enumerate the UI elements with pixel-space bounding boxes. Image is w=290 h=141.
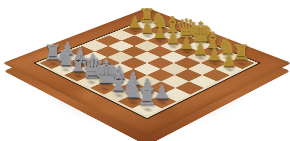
piece-contact-shadow bbox=[191, 43, 209, 50]
square-b5 bbox=[108, 41, 134, 52]
chess-set-product-photo: ♜♞♝♛♚♝♞♜♟♟♟♟♟♟♟♟♟♟♟♟♟♟♟♟♜♞♝♛♚♝♞♜ bbox=[0, 0, 290, 141]
piece-black-pawn: ♟ bbox=[162, 30, 183, 46]
piece-contact-shadow bbox=[204, 48, 222, 56]
piece-white-pawn: ♟ bbox=[57, 40, 79, 57]
square-d7 bbox=[160, 41, 186, 52]
piece-black-rook: ♜ bbox=[137, 6, 157, 25]
square-c8 bbox=[160, 30, 185, 40]
piece-contact-shadow bbox=[177, 38, 195, 45]
square-e7 bbox=[173, 46, 199, 57]
square-b6 bbox=[121, 35, 147, 46]
square-c7 bbox=[147, 35, 173, 46]
piece-black-knight: ♞ bbox=[216, 35, 238, 57]
square-b4 bbox=[95, 46, 121, 57]
square-c6 bbox=[134, 41, 160, 52]
square-a2 bbox=[54, 52, 81, 63]
piece-contact-shadow bbox=[152, 38, 170, 45]
piece-contact-shadow bbox=[139, 32, 156, 39]
square-a4 bbox=[82, 41, 108, 52]
piece-black-pawn: ♟ bbox=[137, 19, 158, 35]
square-a5 bbox=[96, 35, 122, 46]
piece-black-pawn: ♟ bbox=[203, 46, 225, 63]
square-a3 bbox=[68, 46, 94, 57]
chess-board: ♜♞♝♛♚♝♞♜♟♟♟♟♟♟♟♟♟♟♟♟♟♟♟♟♜♞♝♛♚♝♞♜ bbox=[3, 8, 290, 137]
square-a7 bbox=[122, 25, 147, 35]
square-b3 bbox=[81, 52, 108, 63]
square-b8 bbox=[147, 25, 172, 35]
piece-contact-shadow bbox=[59, 54, 77, 62]
piece-black-queen: ♛ bbox=[175, 15, 196, 41]
piece-black-knight: ♞ bbox=[149, 10, 169, 30]
piece-black-pawn: ♟ bbox=[124, 15, 144, 31]
piece-white-rook: ♜ bbox=[42, 42, 64, 63]
piece-contact-shadow bbox=[218, 54, 236, 62]
scene: ♜♞♝♛♚♝♞♜♟♟♟♟♟♟♟♟♟♟♟♟♟♟♟♟♜♞♝♛♚♝♞♜ bbox=[0, 0, 290, 141]
square-e6 bbox=[160, 52, 187, 63]
piece-white-pawn: ♟ bbox=[69, 46, 91, 63]
square-e8 bbox=[186, 41, 212, 52]
square-a6 bbox=[109, 30, 134, 40]
piece-contact-shadow bbox=[178, 48, 196, 56]
piece-black-pawn: ♟ bbox=[189, 40, 211, 57]
square-a8 bbox=[135, 20, 160, 30]
square-f8 bbox=[199, 46, 225, 57]
piece-black-king: ♚ bbox=[188, 18, 209, 46]
piece-contact-shadow bbox=[192, 54, 210, 62]
square-g8 bbox=[213, 52, 240, 63]
piece-contact-shadow bbox=[165, 43, 183, 50]
piece-black-bishop: ♝ bbox=[162, 14, 183, 36]
square-f7 bbox=[187, 52, 214, 63]
square-d8 bbox=[173, 35, 199, 46]
square-d6 bbox=[147, 46, 173, 57]
piece-contact-shadow bbox=[44, 60, 62, 68]
piece-contact-shadow bbox=[164, 32, 181, 39]
square-d5 bbox=[134, 52, 161, 63]
piece-contact-shadow bbox=[152, 27, 169, 34]
piece-black-pawn: ♟ bbox=[176, 35, 197, 52]
square-b7 bbox=[134, 30, 159, 40]
piece-black-bishop: ♝ bbox=[202, 29, 223, 51]
piece-black-pawn: ♟ bbox=[149, 25, 170, 41]
piece-contact-shadow bbox=[139, 22, 156, 29]
piece-black-rook: ♜ bbox=[230, 42, 252, 63]
square-c4 bbox=[107, 52, 134, 63]
square-c5 bbox=[121, 46, 147, 57]
piece-contact-shadow bbox=[127, 27, 144, 34]
